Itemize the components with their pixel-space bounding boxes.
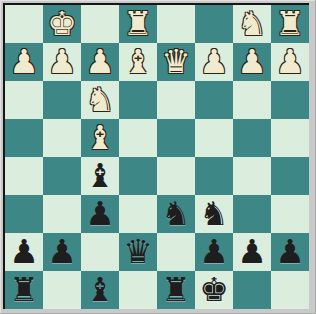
square-b4[interactable] bbox=[233, 119, 271, 157]
square-c1[interactable] bbox=[195, 5, 233, 43]
piece-black-queen[interactable]: ♛ bbox=[123, 233, 153, 271]
square-f8[interactable]: ♝ bbox=[81, 271, 119, 309]
piece-white-knight[interactable]: ♞ bbox=[85, 81, 115, 119]
square-g6[interactable] bbox=[43, 195, 81, 233]
square-c8[interactable]: ♚ bbox=[195, 271, 233, 309]
square-h6[interactable] bbox=[5, 195, 43, 233]
piece-black-pawn[interactable]: ♟ bbox=[237, 233, 267, 271]
square-b5[interactable] bbox=[233, 157, 271, 195]
square-b6[interactable] bbox=[233, 195, 271, 233]
square-e1[interactable]: ♜ bbox=[119, 5, 157, 43]
square-e6[interactable] bbox=[119, 195, 157, 233]
square-c4[interactable] bbox=[195, 119, 233, 157]
square-g7[interactable]: ♟ bbox=[43, 233, 81, 271]
square-a2[interactable]: ♟ bbox=[271, 43, 309, 81]
square-a4[interactable] bbox=[271, 119, 309, 157]
piece-black-knight[interactable]: ♞ bbox=[161, 195, 191, 233]
square-a5[interactable] bbox=[271, 157, 309, 195]
square-e8[interactable] bbox=[119, 271, 157, 309]
piece-white-pawn[interactable]: ♟ bbox=[9, 43, 39, 81]
square-c5[interactable] bbox=[195, 157, 233, 195]
square-e3[interactable] bbox=[119, 81, 157, 119]
piece-white-knight[interactable]: ♞ bbox=[237, 5, 267, 43]
square-h5[interactable] bbox=[5, 157, 43, 195]
square-h2[interactable]: ♟ bbox=[5, 43, 43, 81]
chess-board: ♚♜♞♜♟♟♟♝♛♟♟♟♞♝♝♟♞♞♟♟♛♟♟♟♜♝♜♚ bbox=[5, 5, 309, 309]
square-g4[interactable] bbox=[43, 119, 81, 157]
square-f7[interactable] bbox=[81, 233, 119, 271]
square-e2[interactable]: ♝ bbox=[119, 43, 157, 81]
square-e5[interactable] bbox=[119, 157, 157, 195]
square-h1[interactable] bbox=[5, 5, 43, 43]
square-c2[interactable]: ♟ bbox=[195, 43, 233, 81]
square-d2[interactable]: ♛ bbox=[157, 43, 195, 81]
square-g2[interactable]: ♟ bbox=[43, 43, 81, 81]
square-d5[interactable] bbox=[157, 157, 195, 195]
piece-black-knight[interactable]: ♞ bbox=[199, 195, 229, 233]
square-g5[interactable] bbox=[43, 157, 81, 195]
piece-black-pawn[interactable]: ♟ bbox=[275, 233, 305, 271]
square-d1[interactable] bbox=[157, 5, 195, 43]
square-a6[interactable] bbox=[271, 195, 309, 233]
square-f4[interactable]: ♝ bbox=[81, 119, 119, 157]
piece-black-pawn[interactable]: ♟ bbox=[47, 233, 77, 271]
square-h4[interactable] bbox=[5, 119, 43, 157]
piece-white-queen[interactable]: ♛ bbox=[161, 43, 191, 81]
square-c6[interactable]: ♞ bbox=[195, 195, 233, 233]
square-a1[interactable]: ♜ bbox=[271, 5, 309, 43]
square-b1[interactable]: ♞ bbox=[233, 5, 271, 43]
piece-white-bishop[interactable]: ♝ bbox=[85, 119, 115, 157]
square-f1[interactable] bbox=[81, 5, 119, 43]
square-f2[interactable]: ♟ bbox=[81, 43, 119, 81]
square-b3[interactable] bbox=[233, 81, 271, 119]
piece-white-pawn[interactable]: ♟ bbox=[237, 43, 267, 81]
piece-white-pawn[interactable]: ♟ bbox=[47, 43, 77, 81]
piece-black-pawn[interactable]: ♟ bbox=[85, 195, 115, 233]
square-d4[interactable] bbox=[157, 119, 195, 157]
square-b8[interactable] bbox=[233, 271, 271, 309]
square-e7[interactable]: ♛ bbox=[119, 233, 157, 271]
square-f3[interactable]: ♞ bbox=[81, 81, 119, 119]
piece-white-rook[interactable]: ♜ bbox=[123, 5, 153, 43]
piece-black-rook[interactable]: ♜ bbox=[161, 271, 191, 309]
board-frame: ♚♜♞♜♟♟♟♝♛♟♟♟♞♝♝♟♞♞♟♟♛♟♟♟♜♝♜♚ bbox=[3, 3, 309, 309]
piece-white-bishop[interactable]: ♝ bbox=[123, 43, 153, 81]
square-h8[interactable]: ♜ bbox=[5, 271, 43, 309]
square-g8[interactable] bbox=[43, 271, 81, 309]
piece-black-bishop[interactable]: ♝ bbox=[85, 157, 115, 195]
square-c7[interactable]: ♟ bbox=[195, 233, 233, 271]
square-a8[interactable] bbox=[271, 271, 309, 309]
square-c3[interactable] bbox=[195, 81, 233, 119]
piece-black-king[interactable]: ♚ bbox=[199, 271, 229, 309]
square-e4[interactable] bbox=[119, 119, 157, 157]
piece-black-pawn[interactable]: ♟ bbox=[199, 233, 229, 271]
square-d3[interactable] bbox=[157, 81, 195, 119]
square-f6[interactable]: ♟ bbox=[81, 195, 119, 233]
square-g1[interactable]: ♚ bbox=[43, 5, 81, 43]
square-b2[interactable]: ♟ bbox=[233, 43, 271, 81]
square-d7[interactable] bbox=[157, 233, 195, 271]
square-b7[interactable]: ♟ bbox=[233, 233, 271, 271]
piece-white-pawn[interactable]: ♟ bbox=[199, 43, 229, 81]
piece-black-rook[interactable]: ♜ bbox=[9, 271, 39, 309]
square-h7[interactable]: ♟ bbox=[5, 233, 43, 271]
piece-white-rook[interactable]: ♜ bbox=[275, 5, 305, 43]
square-h3[interactable] bbox=[5, 81, 43, 119]
chess-app-window: { "game": "chess", "window": { "backgrou… bbox=[0, 0, 316, 314]
piece-black-pawn[interactable]: ♟ bbox=[9, 233, 39, 271]
piece-black-bishop[interactable]: ♝ bbox=[85, 271, 115, 309]
square-f5[interactable]: ♝ bbox=[81, 157, 119, 195]
square-a7[interactable]: ♟ bbox=[271, 233, 309, 271]
square-d8[interactable]: ♜ bbox=[157, 271, 195, 309]
square-d6[interactable]: ♞ bbox=[157, 195, 195, 233]
piece-white-pawn[interactable]: ♟ bbox=[85, 43, 115, 81]
piece-white-king[interactable]: ♚ bbox=[47, 5, 77, 43]
piece-white-pawn[interactable]: ♟ bbox=[275, 43, 305, 81]
square-a3[interactable] bbox=[271, 81, 309, 119]
square-g3[interactable] bbox=[43, 81, 81, 119]
